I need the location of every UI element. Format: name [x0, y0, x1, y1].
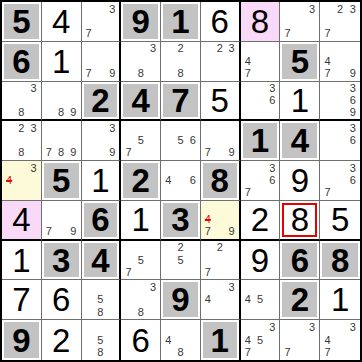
cell-r5c2[interactable]: 5: [42, 161, 82, 201]
empty-candidate-slot: [334, 28, 347, 40]
empty-candidate-slot: [162, 55, 174, 67]
candidate-digit: 3: [266, 83, 278, 95]
empty-candidate-slot: [15, 174, 27, 186]
cell-r3c3[interactable]: 2: [82, 82, 122, 122]
cell-r3c4[interactable]: 4: [121, 82, 161, 122]
cell-r9c4[interactable]: 6: [121, 320, 161, 360]
empty-candidate-slot: [122, 242, 134, 254]
empty-candidate-slot: [226, 266, 238, 278]
empty-candidate-slot: [122, 55, 134, 67]
cell-r9c9[interactable]: 347: [320, 320, 360, 360]
candidate-grid: 36: [242, 83, 279, 119]
empty-candidate-slot: [174, 334, 186, 347]
empty-candidate-slot: [294, 28, 306, 40]
given-digit: 4: [132, 84, 150, 117]
empty-candidate-slot: [135, 55, 147, 67]
empty-candidate-slot: [43, 122, 55, 134]
candidate-digit: 4: [321, 55, 334, 67]
candidate-grid: 27: [202, 242, 238, 279]
cell-r7c3[interactable]: 4: [82, 241, 122, 281]
empty-candidate-slot: [83, 346, 95, 359]
empty-candidate-slot: [242, 321, 254, 334]
empty-candidate-slot: [67, 122, 79, 134]
empty-candidate-slot: [83, 321, 95, 334]
candidate-digit: 8: [135, 306, 147, 318]
cell-r6c8[interactable]: 8: [280, 201, 320, 241]
empty-candidate-slot: [187, 321, 199, 334]
candidate-digit: 5: [135, 254, 147, 266]
empty-candidate-slot: [28, 135, 40, 147]
candidate-digit: 3: [147, 43, 159, 55]
empty-candidate-slot: [226, 294, 238, 306]
candidate-grid: 39: [83, 122, 119, 159]
cell-r5c6[interactable]: 8: [201, 161, 241, 201]
empty-candidate-slot: [242, 281, 254, 293]
candidate-digit: 4: [162, 334, 174, 347]
empty-candidate-slot: [346, 346, 359, 359]
candidate-grid: 89: [43, 83, 80, 119]
cell-r5c4[interactable]: 2: [121, 161, 161, 201]
empty-candidate-slot: [174, 55, 186, 67]
empty-candidate-slot: [43, 202, 55, 214]
cell-r3c8[interactable]: 1: [280, 82, 320, 122]
candidate-grid: 58: [83, 281, 119, 318]
cell-r1c5[interactable]: 1: [161, 2, 201, 42]
empty-candidate-slot: [83, 294, 95, 306]
empty-candidate-slot: [55, 94, 67, 106]
empty-candidate-slot: [187, 43, 199, 55]
cell-r7c8[interactable]: 6: [280, 241, 320, 281]
cell-r4c8[interactable]: 4: [280, 121, 320, 161]
solved-digit: 6: [211, 5, 229, 38]
empty-candidate-slot: [94, 135, 106, 147]
empty-candidate-slot: [294, 346, 306, 359]
empty-candidate-slot: [187, 266, 199, 278]
empty-candidate-slot: [281, 15, 293, 27]
empty-candidate-slot: [254, 67, 266, 79]
empty-candidate-slot: [321, 83, 334, 95]
empty-candidate-slot: [254, 162, 266, 174]
cell-r2c1[interactable]: 6: [2, 42, 42, 82]
empty-candidate-slot: [254, 321, 266, 334]
empty-candidate-slot: [94, 15, 106, 27]
candidate-grid: 238: [3, 122, 40, 159]
cell-r6c6[interactable]: 479: [201, 201, 241, 241]
empty-candidate-slot: [187, 254, 199, 266]
candidate-digit: 3: [346, 83, 359, 95]
empty-candidate-slot: [147, 55, 159, 67]
candidate-digit: 9: [226, 147, 238, 159]
empty-candidate-slot: [174, 321, 186, 334]
cell-r1c7[interactable]: 8: [241, 2, 281, 42]
cell-r9c1[interactable]: 9: [2, 320, 42, 360]
empty-candidate-slot: [67, 135, 79, 147]
candidate-digit: 3: [306, 3, 318, 15]
candidate-digit: 3: [346, 122, 359, 134]
empty-candidate-slot: [242, 83, 254, 95]
empty-candidate-slot: [306, 346, 318, 359]
candidate-digit: 8: [135, 67, 147, 79]
empty-candidate-slot: [242, 106, 254, 118]
cell-r7c2[interactable]: 3: [42, 241, 82, 281]
empty-candidate-slot: [3, 94, 15, 106]
empty-candidate-slot: [106, 306, 118, 318]
empty-candidate-slot: [28, 174, 40, 186]
candidate-grid: 28: [162, 43, 199, 80]
cell-r6c7[interactable]: 2: [241, 201, 281, 241]
empty-candidate-slot: [67, 214, 79, 226]
cell-r4c3[interactable]: 39: [82, 121, 122, 161]
candidate-digit: 6: [346, 174, 359, 186]
empty-candidate-slot: [187, 162, 199, 174]
candidate-digit: 5: [254, 334, 266, 347]
cell-r5c1[interactable]: 34: [2, 161, 42, 201]
candidate-grid: 56: [162, 122, 199, 159]
cell-r8c9[interactable]: 1: [320, 280, 360, 320]
cell-r1c6[interactable]: 6: [201, 2, 241, 42]
empty-candidate-slot: [106, 334, 118, 347]
empty-candidate-slot: [214, 122, 226, 134]
solved-digit: 8: [251, 5, 269, 38]
cell-r7c5[interactable]: 25: [161, 241, 201, 281]
empty-candidate-slot: [15, 83, 27, 95]
cell-r8c5[interactable]: 9: [161, 280, 201, 320]
empty-candidate-slot: [3, 106, 15, 118]
candidate-digit: 8: [174, 67, 186, 79]
cell-r1c1[interactable]: 5: [2, 2, 42, 42]
cell-r1c8[interactable]: 37: [280, 2, 320, 42]
cell-r9c7[interactable]: 3457: [241, 320, 281, 360]
candidate-digit: 3: [266, 321, 278, 334]
empty-candidate-slot: [83, 122, 95, 134]
empty-candidate-slot: [147, 135, 159, 147]
candidate-digit: 3: [28, 122, 40, 134]
empty-candidate-slot: [242, 306, 254, 318]
empty-candidate-slot: [162, 67, 174, 79]
candidate-grid: 79: [83, 43, 119, 80]
empty-candidate-slot: [214, 135, 226, 147]
candidate-grid: 3457: [242, 321, 279, 359]
candidate-digit: 3: [28, 162, 40, 174]
empty-candidate-slot: [122, 122, 134, 134]
cell-r9c5[interactable]: 48: [161, 320, 201, 360]
cell-r6c1[interactable]: 4: [2, 201, 42, 241]
empty-candidate-slot: [55, 122, 67, 134]
cell-r9c6[interactable]: 1: [201, 320, 241, 360]
candidate-digit: 7: [122, 147, 134, 159]
empty-candidate-slot: [15, 94, 27, 106]
candidate-digit: 2: [214, 242, 226, 254]
empty-candidate-slot: [214, 55, 226, 67]
cell-r6c4[interactable]: 1: [121, 201, 161, 241]
empty-candidate-slot: [214, 214, 226, 226]
empty-candidate-slot: [147, 266, 159, 278]
empty-candidate-slot: [3, 135, 15, 147]
empty-candidate-slot: [202, 55, 214, 67]
candidate-digit: 3: [346, 3, 359, 15]
given-digit: 4: [291, 124, 309, 157]
given-digit: 9: [171, 283, 189, 316]
candidate-digit: 5: [135, 135, 147, 147]
cell-r8c7[interactable]: 45: [241, 280, 281, 320]
candidate-digit: 4: [242, 294, 254, 306]
empty-candidate-slot: [3, 187, 15, 199]
cell-r5c5[interactable]: 46: [161, 161, 201, 201]
empty-candidate-slot: [135, 122, 147, 134]
empty-candidate-slot: [254, 106, 266, 118]
cell-r2c6[interactable]: 23: [201, 42, 241, 82]
candidate-digit: 7: [202, 266, 214, 278]
candidate-grid: 789: [43, 122, 80, 159]
empty-candidate-slot: [226, 254, 238, 266]
empty-candidate-slot: [334, 94, 347, 106]
candidate-digit: 7: [83, 28, 95, 40]
empty-candidate-slot: [187, 187, 199, 199]
empty-candidate-slot: [321, 162, 334, 174]
candidate-digit: 3: [226, 43, 238, 55]
cell-r5c7[interactable]: 367: [241, 161, 281, 201]
empty-candidate-slot: [122, 135, 134, 147]
cell-r1c3[interactable]: 37: [82, 2, 122, 42]
empty-candidate-slot: [214, 294, 226, 306]
candidate-grid: 79: [43, 202, 80, 238]
empty-candidate-slot: [334, 187, 347, 199]
cell-r7c9[interactable]: 8: [320, 241, 360, 281]
candidate-digit: 7: [202, 226, 214, 238]
empty-candidate-slot: [334, 67, 347, 79]
cell-r4c5[interactable]: 56: [161, 121, 201, 161]
candidate-digit: 5: [94, 294, 106, 306]
given-digit: 1: [211, 324, 229, 357]
empty-candidate-slot: [346, 28, 359, 40]
cell-r9c3[interactable]: 58: [82, 320, 122, 360]
empty-candidate-slot: [202, 306, 214, 318]
empty-candidate-slot: [43, 94, 55, 106]
candidate-digit: 2: [334, 3, 347, 15]
empty-candidate-slot: [226, 122, 238, 134]
candidate-digit: 6: [346, 94, 359, 106]
given-digit: 2: [91, 84, 109, 117]
cell-r7c4[interactable]: 57: [121, 241, 161, 281]
candidate-digit: 3: [226, 281, 238, 293]
cell-r1c2[interactable]: 4: [42, 2, 82, 42]
candidate-grid: 36: [321, 122, 359, 159]
cell-r2c5[interactable]: 28: [161, 42, 201, 82]
cell-r8c6[interactable]: 34: [201, 280, 241, 320]
empty-candidate-slot: [226, 242, 238, 254]
candidate-grid: 347: [321, 321, 359, 359]
empty-candidate-slot: [162, 321, 174, 334]
cell-r4c4[interactable]: 57: [121, 121, 161, 161]
cell-r2c2[interactable]: 1: [42, 42, 82, 82]
empty-candidate-slot: [242, 43, 254, 55]
cell-r3c6[interactable]: 5: [201, 82, 241, 122]
candidate-digit: 5: [254, 294, 266, 306]
cell-r6c2[interactable]: 79: [42, 201, 82, 241]
candidate-digit: 7: [202, 147, 214, 159]
empty-candidate-slot: [334, 135, 347, 147]
cell-r5c9[interactable]: 367: [320, 161, 360, 201]
empty-candidate-slot: [281, 321, 293, 334]
empty-candidate-slot: [162, 43, 174, 55]
cell-r9c2[interactable]: 2: [42, 320, 82, 360]
empty-candidate-slot: [226, 135, 238, 147]
given-digit: 5: [12, 5, 30, 38]
cell-r7c1[interactable]: 1: [2, 241, 42, 281]
empty-candidate-slot: [294, 3, 306, 15]
cell-r1c9[interactable]: 237: [320, 2, 360, 42]
candidate-digit: 8: [94, 346, 106, 359]
empty-candidate-slot: [187, 67, 199, 79]
cell-r6c9[interactable]: 5: [320, 201, 360, 241]
empty-candidate-slot: [147, 147, 159, 159]
empty-candidate-slot: [321, 15, 334, 27]
empty-candidate-slot: [254, 346, 266, 359]
empty-candidate-slot: [346, 334, 359, 347]
candidate-digit: 2: [174, 242, 186, 254]
empty-candidate-slot: [94, 122, 106, 134]
empty-candidate-slot: [334, 321, 347, 334]
cell-r5c3[interactable]: 1: [82, 161, 122, 201]
cell-r2c7[interactable]: 47: [241, 42, 281, 82]
solved-digit: 1: [132, 203, 150, 236]
cell-r8c4[interactable]: 38: [121, 280, 161, 320]
cell-r3c9[interactable]: 369: [320, 82, 360, 122]
empty-candidate-slot: [147, 67, 159, 79]
cell-r4c1[interactable]: 238: [2, 121, 42, 161]
cell-r3c5[interactable]: 7: [161, 82, 201, 122]
cell-r1c4[interactable]: 9: [121, 2, 161, 42]
empty-candidate-slot: [214, 147, 226, 159]
cell-r2c9[interactable]: 479: [320, 42, 360, 82]
empty-candidate-slot: [162, 254, 174, 266]
solved-digit: 1: [331, 283, 349, 316]
candidate-digit: 6: [346, 135, 359, 147]
cell-r5c8[interactable]: 9: [280, 161, 320, 201]
empty-candidate-slot: [28, 147, 40, 159]
candidate-digit: 7: [242, 187, 254, 199]
empty-candidate-slot: [122, 306, 134, 318]
candidate-digit: 9: [106, 147, 118, 159]
empty-candidate-slot: [83, 135, 95, 147]
given-digit: 9: [12, 324, 30, 357]
empty-candidate-slot: [83, 306, 95, 318]
empty-candidate-slot: [202, 67, 214, 79]
empty-candidate-slot: [174, 147, 186, 159]
empty-candidate-slot: [147, 242, 159, 254]
empty-candidate-slot: [55, 135, 67, 147]
candidate-grid: 38: [122, 43, 159, 80]
candidate-grid: 479: [202, 202, 238, 238]
cell-r8c2[interactable]: 6: [42, 280, 82, 320]
cell-r8c1[interactable]: 7: [2, 280, 42, 320]
candidate-grid: 79: [202, 122, 238, 159]
empty-candidate-slot: [106, 15, 118, 27]
empty-candidate-slot: [83, 43, 95, 55]
cell-r3c7[interactable]: 36: [241, 82, 281, 122]
solved-digit: 6: [132, 324, 150, 357]
solved-digit: 1: [12, 244, 30, 277]
empty-candidate-slot: [346, 55, 359, 67]
candidate-digit: 7: [321, 187, 334, 199]
candidate-grid: 25: [162, 242, 199, 279]
cell-r7c6[interactable]: 27: [201, 241, 241, 281]
empty-candidate-slot: [254, 306, 266, 318]
cell-r4c2[interactable]: 789: [42, 121, 82, 161]
empty-candidate-slot: [321, 94, 334, 106]
empty-candidate-slot: [83, 334, 95, 347]
solved-digit: 9: [291, 164, 309, 197]
cell-r2c4[interactable]: 38: [121, 42, 161, 82]
candidate-digit: 6: [187, 135, 199, 147]
empty-candidate-slot: [174, 266, 186, 278]
candidate-digit: 8: [15, 106, 27, 118]
candidate-digit: 2: [15, 122, 27, 134]
empty-candidate-slot: [281, 334, 293, 347]
empty-candidate-slot: [266, 106, 278, 118]
cell-r7c7[interactable]: 9: [241, 241, 281, 281]
solved-digit: 4: [52, 5, 70, 38]
empty-candidate-slot: [106, 135, 118, 147]
empty-candidate-slot: [254, 94, 266, 106]
empty-candidate-slot: [106, 321, 118, 334]
cell-r4c7[interactable]: 1: [241, 121, 281, 161]
cell-r6c5[interactable]: 3: [161, 201, 201, 241]
empty-candidate-slot: [202, 242, 214, 254]
candidate-grid: 48: [162, 321, 199, 359]
cell-r4c9[interactable]: 36: [320, 121, 360, 161]
empty-candidate-slot: [106, 281, 118, 293]
empty-candidate-slot: [106, 55, 118, 67]
candidate-digit: 7: [122, 266, 134, 278]
sudoku-board: 5437916837237617938282347547938892475361…: [0, 0, 362, 362]
empty-candidate-slot: [187, 122, 199, 134]
empty-candidate-slot: [43, 83, 55, 95]
empty-candidate-slot: [162, 135, 174, 147]
cell-r3c1[interactable]: 38: [2, 82, 42, 122]
candidate-digit: 8: [15, 147, 27, 159]
candidate-grid: 45: [242, 281, 279, 318]
empty-candidate-slot: [187, 346, 199, 359]
candidate-digit: 9: [67, 106, 79, 118]
empty-candidate-slot: [214, 226, 226, 238]
cell-r8c8[interactable]: 2: [280, 280, 320, 320]
empty-candidate-slot: [202, 202, 214, 214]
cell-r6c3[interactable]: 6: [82, 201, 122, 241]
solved-digit: 1: [91, 164, 109, 197]
cell-r3c2[interactable]: 89: [42, 82, 82, 122]
empty-candidate-slot: [242, 162, 254, 174]
empty-candidate-slot: [254, 83, 266, 95]
empty-candidate-slot: [334, 43, 347, 55]
empty-candidate-slot: [334, 174, 347, 186]
solved-digit: 2: [251, 203, 269, 236]
cell-r2c8[interactable]: 5: [280, 42, 320, 82]
solved-digit: 5: [331, 203, 349, 236]
cell-r8c3[interactable]: 58: [82, 280, 122, 320]
eliminated-candidate: 4: [202, 214, 214, 226]
cell-r9c8[interactable]: 37: [280, 320, 320, 360]
empty-candidate-slot: [94, 28, 106, 40]
candidate-digit: 7: [321, 28, 334, 40]
candidate-digit: 3: [28, 83, 40, 95]
candidate-digit: 3: [106, 122, 118, 134]
empty-candidate-slot: [94, 147, 106, 159]
cell-r4c6[interactable]: 79: [201, 121, 241, 161]
solved-digit: 9: [251, 244, 269, 277]
cell-r2c3[interactable]: 79: [82, 42, 122, 82]
candidate-grid: 367: [321, 162, 359, 199]
